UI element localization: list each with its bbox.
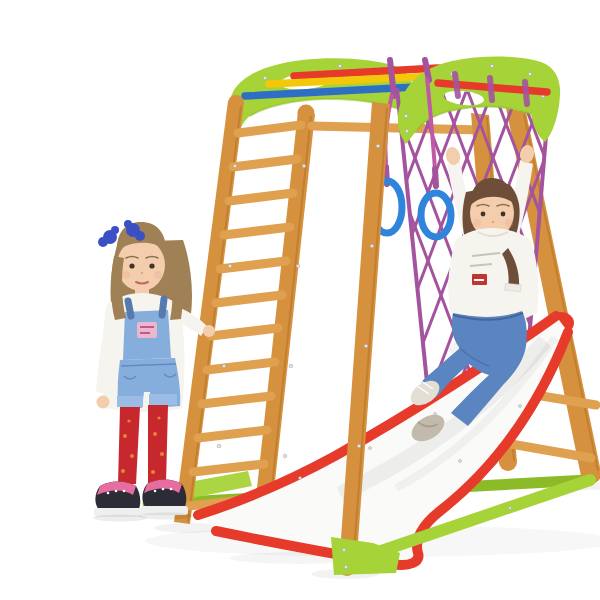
sweatshirt [448,228,538,323]
tights-right [148,405,168,483]
bib-applique [137,322,157,338]
hem-label [505,283,522,291]
product-photo: White-background product photograph of a… [40,16,600,600]
sneakers [94,480,188,518]
play-gym-scene [40,16,600,600]
tights-left [118,407,140,484]
